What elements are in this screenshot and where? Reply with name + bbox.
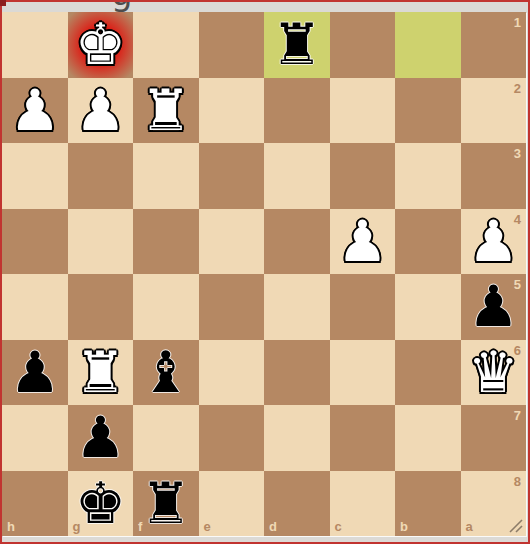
piece-black-king[interactable]: ♚ bbox=[68, 471, 134, 537]
square-f6[interactable]: ♝ bbox=[133, 340, 199, 406]
rank-label-2: 2 bbox=[514, 82, 521, 95]
square-g8[interactable]: g♚ bbox=[68, 471, 134, 537]
square-a4[interactable]: 4♟ bbox=[461, 209, 527, 275]
square-c5[interactable] bbox=[330, 274, 396, 340]
square-c2[interactable] bbox=[330, 78, 396, 144]
square-e3[interactable] bbox=[199, 143, 265, 209]
square-c6[interactable] bbox=[330, 340, 396, 406]
square-b2[interactable] bbox=[395, 78, 461, 144]
square-b3[interactable] bbox=[395, 143, 461, 209]
square-h7[interactable] bbox=[2, 405, 68, 471]
rank-label-7: 7 bbox=[514, 409, 521, 422]
piece-white-rook[interactable]: ♜ bbox=[133, 78, 199, 144]
square-d4[interactable] bbox=[264, 209, 330, 275]
piece-white-pawn[interactable]: ♟ bbox=[461, 209, 527, 275]
square-b6[interactable] bbox=[395, 340, 461, 406]
square-h5[interactable] bbox=[2, 274, 68, 340]
square-g2[interactable]: ♟ bbox=[68, 78, 134, 144]
square-d2[interactable] bbox=[264, 78, 330, 144]
clipped-header-text: g bbox=[111, 0, 133, 10]
piece-black-bishop[interactable]: ♝ bbox=[133, 340, 199, 406]
square-c8[interactable]: c bbox=[330, 471, 396, 537]
square-e5[interactable] bbox=[199, 274, 265, 340]
piece-white-pawn[interactable]: ♟ bbox=[68, 78, 134, 144]
square-d6[interactable] bbox=[264, 340, 330, 406]
square-e1[interactable] bbox=[199, 12, 265, 78]
square-f8[interactable]: f♜ bbox=[133, 471, 199, 537]
square-h3[interactable] bbox=[2, 143, 68, 209]
file-label-e: e bbox=[204, 520, 211, 533]
square-g5[interactable] bbox=[68, 274, 134, 340]
file-label-b: b bbox=[400, 520, 408, 533]
square-b4[interactable] bbox=[395, 209, 461, 275]
piece-white-pawn[interactable]: ♟ bbox=[2, 78, 68, 144]
square-g3[interactable] bbox=[68, 143, 134, 209]
square-e6[interactable] bbox=[199, 340, 265, 406]
square-f1[interactable] bbox=[133, 12, 199, 78]
file-label-h: h bbox=[7, 520, 15, 533]
square-c3[interactable] bbox=[330, 143, 396, 209]
square-g4[interactable] bbox=[68, 209, 134, 275]
square-a7[interactable]: 7 bbox=[461, 405, 527, 471]
square-a8[interactable]: 8a bbox=[461, 471, 527, 537]
square-e4[interactable] bbox=[199, 209, 265, 275]
square-h2[interactable]: ♟ bbox=[2, 78, 68, 144]
square-a2[interactable]: 2 bbox=[461, 78, 527, 144]
piece-black-rook[interactable]: ♜ bbox=[133, 471, 199, 537]
file-label-c: c bbox=[335, 520, 342, 533]
square-b1[interactable] bbox=[395, 12, 461, 78]
square-c1[interactable] bbox=[330, 12, 396, 78]
piece-black-pawn[interactable]: ♟ bbox=[2, 340, 68, 406]
square-g1[interactable]: ♚ bbox=[68, 12, 134, 78]
square-f7[interactable] bbox=[133, 405, 199, 471]
file-label-a: a bbox=[466, 520, 473, 533]
square-e7[interactable] bbox=[199, 405, 265, 471]
square-f4[interactable] bbox=[133, 209, 199, 275]
square-b5[interactable] bbox=[395, 274, 461, 340]
chess-board[interactable]: ♚♜1♟♟♜23♟4♟5♟♟♜♝6♛♟7hg♚f♜edcb8a bbox=[2, 12, 526, 536]
square-c4[interactable]: ♟ bbox=[330, 209, 396, 275]
square-a6[interactable]: 6♛ bbox=[461, 340, 527, 406]
square-e8[interactable]: e bbox=[199, 471, 265, 537]
square-d1[interactable]: ♜ bbox=[264, 12, 330, 78]
board-resize-grip[interactable] bbox=[508, 518, 523, 533]
square-f2[interactable]: ♜ bbox=[133, 78, 199, 144]
square-d3[interactable] bbox=[264, 143, 330, 209]
square-b7[interactable] bbox=[395, 405, 461, 471]
page-header-strip: g bbox=[0, 0, 530, 12]
square-h1[interactable] bbox=[2, 12, 68, 78]
piece-black-pawn[interactable]: ♟ bbox=[68, 405, 134, 471]
square-h4[interactable] bbox=[2, 209, 68, 275]
square-a5[interactable]: 5♟ bbox=[461, 274, 527, 340]
square-d7[interactable] bbox=[264, 405, 330, 471]
rank-label-1: 1 bbox=[514, 16, 521, 29]
square-h8[interactable]: h bbox=[2, 471, 68, 537]
piece-white-rook[interactable]: ♜ bbox=[68, 340, 134, 406]
piece-black-rook[interactable]: ♜ bbox=[264, 12, 330, 78]
square-b8[interactable]: b bbox=[395, 471, 461, 537]
rank-label-8: 8 bbox=[514, 475, 521, 488]
piece-black-pawn[interactable]: ♟ bbox=[461, 274, 527, 340]
piece-white-pawn[interactable]: ♟ bbox=[330, 209, 396, 275]
square-e2[interactable] bbox=[199, 78, 265, 144]
square-c7[interactable] bbox=[330, 405, 396, 471]
piece-white-queen[interactable]: ♛ bbox=[461, 340, 527, 406]
square-a3[interactable]: 3 bbox=[461, 143, 527, 209]
square-f5[interactable] bbox=[133, 274, 199, 340]
square-a1[interactable]: 1 bbox=[461, 12, 527, 78]
square-d5[interactable] bbox=[264, 274, 330, 340]
file-label-d: d bbox=[269, 520, 277, 533]
square-f3[interactable] bbox=[133, 143, 199, 209]
square-g7[interactable]: ♟ bbox=[68, 405, 134, 471]
rank-label-3: 3 bbox=[514, 147, 521, 160]
square-d8[interactable]: d bbox=[264, 471, 330, 537]
square-h6[interactable]: ♟ bbox=[2, 340, 68, 406]
piece-white-king[interactable]: ♚ bbox=[68, 12, 134, 78]
square-g6[interactable]: ♜ bbox=[68, 340, 134, 406]
